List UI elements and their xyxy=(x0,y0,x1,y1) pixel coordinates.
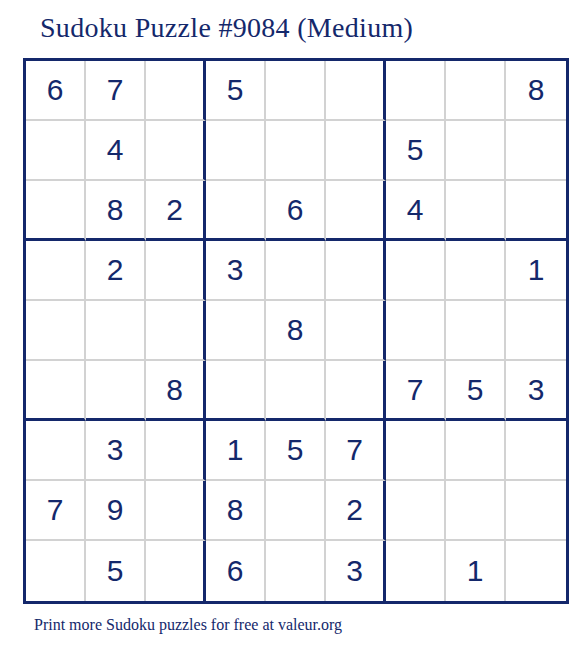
sudoku-cell-r5c9[interactable] xyxy=(506,301,566,361)
sudoku-cell-r2c6[interactable] xyxy=(326,121,386,181)
sudoku-cell-r9c5[interactable] xyxy=(266,541,326,601)
sudoku-cell-r9c8[interactable]: 1 xyxy=(446,541,506,601)
sudoku-cell-r3c7[interactable]: 4 xyxy=(386,181,446,241)
sudoku-cell-r3c1[interactable] xyxy=(26,181,86,241)
sudoku-cell-r2c8[interactable] xyxy=(446,121,506,181)
sudoku-cell-r1c5[interactable] xyxy=(266,61,326,121)
sudoku-cell-r3c5[interactable]: 6 xyxy=(266,181,326,241)
sudoku-board: 675845826423188753315779825631 xyxy=(23,58,569,604)
sudoku-cell-r4c9[interactable]: 1 xyxy=(506,241,566,301)
sudoku-cell-r7c8[interactable] xyxy=(446,421,506,481)
sudoku-cell-r7c2[interactable]: 3 xyxy=(86,421,146,481)
sudoku-cell-r8c3[interactable] xyxy=(146,481,206,541)
sudoku-cell-r4c5[interactable] xyxy=(266,241,326,301)
sudoku-cell-r1c3[interactable] xyxy=(146,61,206,121)
sudoku-cell-r9c3[interactable] xyxy=(146,541,206,601)
sudoku-cell-r2c4[interactable] xyxy=(206,121,266,181)
sudoku-cell-r4c3[interactable] xyxy=(146,241,206,301)
sudoku-cell-r9c4[interactable]: 6 xyxy=(206,541,266,601)
sudoku-cell-r1c2[interactable]: 7 xyxy=(86,61,146,121)
sudoku-cell-r2c7[interactable]: 5 xyxy=(386,121,446,181)
sudoku-cell-r5c3[interactable] xyxy=(146,301,206,361)
sudoku-cell-r4c2[interactable]: 2 xyxy=(86,241,146,301)
sudoku-cell-r8c7[interactable] xyxy=(386,481,446,541)
sudoku-cell-r2c3[interactable] xyxy=(146,121,206,181)
sudoku-cell-r8c2[interactable]: 9 xyxy=(86,481,146,541)
sudoku-cell-r3c9[interactable] xyxy=(506,181,566,241)
sudoku-cell-r7c4[interactable]: 1 xyxy=(206,421,266,481)
sudoku-cell-r9c6[interactable]: 3 xyxy=(326,541,386,601)
sudoku-cell-r6c3[interactable]: 8 xyxy=(146,361,206,421)
sudoku-cell-r8c6[interactable]: 2 xyxy=(326,481,386,541)
sudoku-cell-r1c9[interactable]: 8 xyxy=(506,61,566,121)
sudoku-cell-r4c1[interactable] xyxy=(26,241,86,301)
sudoku-cell-r2c2[interactable]: 4 xyxy=(86,121,146,181)
sudoku-cell-r6c2[interactable] xyxy=(86,361,146,421)
sudoku-cell-r3c6[interactable] xyxy=(326,181,386,241)
sudoku-cell-r2c1[interactable] xyxy=(26,121,86,181)
sudoku-cell-r7c7[interactable] xyxy=(386,421,446,481)
sudoku-cell-r6c9[interactable]: 3 xyxy=(506,361,566,421)
sudoku-cell-r8c5[interactable] xyxy=(266,481,326,541)
sudoku-cell-r4c8[interactable] xyxy=(446,241,506,301)
sudoku-cell-r1c7[interactable] xyxy=(386,61,446,121)
sudoku-cell-r4c7[interactable] xyxy=(386,241,446,301)
sudoku-cell-r8c9[interactable] xyxy=(506,481,566,541)
sudoku-cell-r5c6[interactable] xyxy=(326,301,386,361)
sudoku-cell-r4c4[interactable]: 3 xyxy=(206,241,266,301)
sudoku-cell-r3c2[interactable]: 8 xyxy=(86,181,146,241)
sudoku-cell-r7c9[interactable] xyxy=(506,421,566,481)
sudoku-cell-r9c1[interactable] xyxy=(26,541,86,601)
sudoku-cell-r5c5[interactable]: 8 xyxy=(266,301,326,361)
sudoku-cell-r9c2[interactable]: 5 xyxy=(86,541,146,601)
page-title: Sudoku Puzzle #9084 (Medium) xyxy=(40,12,413,44)
sudoku-cell-r2c9[interactable] xyxy=(506,121,566,181)
sudoku-cell-r7c1[interactable] xyxy=(26,421,86,481)
sudoku-cell-r1c4[interactable]: 5 xyxy=(206,61,266,121)
footer-text: Print more Sudoku puzzles for free at va… xyxy=(34,616,342,634)
sudoku-cell-r7c5[interactable]: 5 xyxy=(266,421,326,481)
sudoku-cell-r5c4[interactable] xyxy=(206,301,266,361)
sudoku-cell-r8c4[interactable]: 8 xyxy=(206,481,266,541)
sudoku-cell-r6c1[interactable] xyxy=(26,361,86,421)
sudoku-cell-r7c3[interactable] xyxy=(146,421,206,481)
sudoku-cell-r1c8[interactable] xyxy=(446,61,506,121)
sudoku-cell-r5c7[interactable] xyxy=(386,301,446,361)
sudoku-cell-r6c6[interactable] xyxy=(326,361,386,421)
sudoku-cell-r2c5[interactable] xyxy=(266,121,326,181)
sudoku-cell-r4c6[interactable] xyxy=(326,241,386,301)
sudoku-cell-r3c3[interactable]: 2 xyxy=(146,181,206,241)
sudoku-cell-r1c1[interactable]: 6 xyxy=(26,61,86,121)
sudoku-cell-r6c4[interactable] xyxy=(206,361,266,421)
sudoku-cell-r8c8[interactable] xyxy=(446,481,506,541)
sudoku-cell-r7c6[interactable]: 7 xyxy=(326,421,386,481)
sudoku-cell-r9c7[interactable] xyxy=(386,541,446,601)
sudoku-cell-r9c9[interactable] xyxy=(506,541,566,601)
sudoku-cell-r5c2[interactable] xyxy=(86,301,146,361)
sudoku-cell-r8c1[interactable]: 7 xyxy=(26,481,86,541)
sudoku-cell-r5c8[interactable] xyxy=(446,301,506,361)
sudoku-cell-r6c5[interactable] xyxy=(266,361,326,421)
sudoku-cell-r6c8[interactable]: 5 xyxy=(446,361,506,421)
sudoku-cell-r6c7[interactable]: 7 xyxy=(386,361,446,421)
sudoku-cell-r3c8[interactable] xyxy=(446,181,506,241)
sudoku-cell-r3c4[interactable] xyxy=(206,181,266,241)
sudoku-cell-r1c6[interactable] xyxy=(326,61,386,121)
sudoku-cell-r5c1[interactable] xyxy=(26,301,86,361)
